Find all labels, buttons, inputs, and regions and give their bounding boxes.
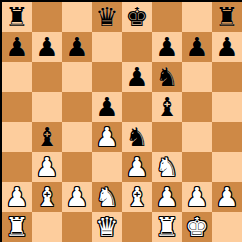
square-e6[interactable]: ♟ xyxy=(122,62,152,92)
black-queen-piece[interactable]: ♛ xyxy=(95,2,118,32)
square-c4[interactable] xyxy=(62,122,92,152)
black-king-piece[interactable]: ♚ xyxy=(125,2,148,32)
square-f3[interactable]: ♞ xyxy=(152,152,182,182)
square-e4[interactable]: ♞ xyxy=(122,122,152,152)
square-d3[interactable] xyxy=(92,152,122,182)
square-g1[interactable]: ♚ xyxy=(182,212,212,242)
black-pawn-piece[interactable]: ♟ xyxy=(35,32,58,62)
square-a5[interactable] xyxy=(2,92,32,122)
square-f6[interactable]: ♞ xyxy=(152,62,182,92)
square-h4[interactable] xyxy=(212,122,242,152)
chess-board: ♜♛♚♜♟♟♟♟♟♟♟♞♟♝♝♟♞♟♟♞♟♝♟♞♝♟♟♟♜♛♜♚ xyxy=(0,0,242,242)
white-bishop-piece[interactable]: ♝ xyxy=(35,182,58,212)
white-king-piece[interactable]: ♚ xyxy=(185,212,208,242)
square-e1[interactable] xyxy=(122,212,152,242)
white-pawn-piece[interactable]: ♟ xyxy=(215,182,238,212)
square-b7[interactable]: ♟ xyxy=(32,32,62,62)
black-bishop-piece[interactable]: ♝ xyxy=(35,122,58,152)
square-a4[interactable] xyxy=(2,122,32,152)
square-d5[interactable]: ♟ xyxy=(92,92,122,122)
square-g5[interactable] xyxy=(182,92,212,122)
square-f7[interactable]: ♟ xyxy=(152,32,182,62)
square-f2[interactable]: ♟ xyxy=(152,182,182,212)
square-c3[interactable] xyxy=(62,152,92,182)
square-a3[interactable] xyxy=(2,152,32,182)
square-d6[interactable] xyxy=(92,62,122,92)
square-a2[interactable]: ♟ xyxy=(2,182,32,212)
white-knight-piece[interactable]: ♞ xyxy=(95,182,118,212)
white-pawn-piece[interactable]: ♟ xyxy=(95,122,118,152)
square-c8[interactable] xyxy=(62,2,92,32)
square-f4[interactable] xyxy=(152,122,182,152)
black-rook-piece[interactable]: ♜ xyxy=(5,2,28,32)
square-h6[interactable] xyxy=(212,62,242,92)
square-c2[interactable]: ♟ xyxy=(62,182,92,212)
black-knight-piece[interactable]: ♞ xyxy=(125,122,148,152)
square-b1[interactable] xyxy=(32,212,62,242)
black-bishop-piece[interactable]: ♝ xyxy=(155,92,178,122)
black-knight-piece[interactable]: ♞ xyxy=(155,62,178,92)
black-pawn-piece[interactable]: ♟ xyxy=(95,92,118,122)
white-rook-piece[interactable]: ♜ xyxy=(5,212,28,242)
square-c6[interactable] xyxy=(62,62,92,92)
square-d8[interactable]: ♛ xyxy=(92,2,122,32)
black-pawn-piece[interactable]: ♟ xyxy=(155,32,178,62)
square-h3[interactable] xyxy=(212,152,242,182)
black-pawn-piece[interactable]: ♟ xyxy=(185,32,208,62)
square-b8[interactable] xyxy=(32,2,62,32)
white-bishop-piece[interactable]: ♝ xyxy=(125,182,148,212)
square-g4[interactable] xyxy=(182,122,212,152)
black-pawn-piece[interactable]: ♟ xyxy=(125,62,148,92)
white-knight-piece[interactable]: ♞ xyxy=(155,152,178,182)
square-h1[interactable] xyxy=(212,212,242,242)
white-rook-piece[interactable]: ♜ xyxy=(155,212,178,242)
black-pawn-piece[interactable]: ♟ xyxy=(215,32,238,62)
square-h8[interactable]: ♜ xyxy=(212,2,242,32)
white-pawn-piece[interactable]: ♟ xyxy=(185,182,208,212)
white-pawn-piece[interactable]: ♟ xyxy=(155,182,178,212)
square-d2[interactable]: ♞ xyxy=(92,182,122,212)
square-g3[interactable] xyxy=(182,152,212,182)
square-b5[interactable] xyxy=(32,92,62,122)
square-g6[interactable] xyxy=(182,62,212,92)
square-e2[interactable]: ♝ xyxy=(122,182,152,212)
square-b3[interactable]: ♟ xyxy=(32,152,62,182)
square-g7[interactable]: ♟ xyxy=(182,32,212,62)
square-e8[interactable]: ♚ xyxy=(122,2,152,32)
square-c1[interactable] xyxy=(62,212,92,242)
square-d1[interactable]: ♛ xyxy=(92,212,122,242)
white-queen-piece[interactable]: ♛ xyxy=(95,212,118,242)
white-pawn-piece[interactable]: ♟ xyxy=(125,152,148,182)
black-pawn-piece[interactable]: ♟ xyxy=(65,32,88,62)
square-h5[interactable] xyxy=(212,92,242,122)
square-b2[interactable]: ♝ xyxy=(32,182,62,212)
square-h2[interactable]: ♟ xyxy=(212,182,242,212)
square-b6[interactable] xyxy=(32,62,62,92)
square-a7[interactable]: ♟ xyxy=(2,32,32,62)
white-pawn-piece[interactable]: ♟ xyxy=(65,182,88,212)
square-a6[interactable] xyxy=(2,62,32,92)
square-a8[interactable]: ♜ xyxy=(2,2,32,32)
black-rook-piece[interactable]: ♜ xyxy=(215,2,238,32)
white-pawn-piece[interactable]: ♟ xyxy=(35,152,58,182)
square-g8[interactable] xyxy=(182,2,212,32)
square-c7[interactable]: ♟ xyxy=(62,32,92,62)
square-a1[interactable]: ♜ xyxy=(2,212,32,242)
square-f5[interactable]: ♝ xyxy=(152,92,182,122)
square-g2[interactable]: ♟ xyxy=(182,182,212,212)
black-pawn-piece[interactable]: ♟ xyxy=(5,32,28,62)
white-pawn-piece[interactable]: ♟ xyxy=(5,182,28,212)
square-e5[interactable] xyxy=(122,92,152,122)
square-f1[interactable]: ♜ xyxy=(152,212,182,242)
square-h7[interactable]: ♟ xyxy=(212,32,242,62)
square-f8[interactable] xyxy=(152,2,182,32)
square-b4[interactable]: ♝ xyxy=(32,122,62,152)
square-c5[interactable] xyxy=(62,92,92,122)
square-d7[interactable] xyxy=(92,32,122,62)
square-d4[interactable]: ♟ xyxy=(92,122,122,152)
square-e3[interactable]: ♟ xyxy=(122,152,152,182)
square-e7[interactable] xyxy=(122,32,152,62)
